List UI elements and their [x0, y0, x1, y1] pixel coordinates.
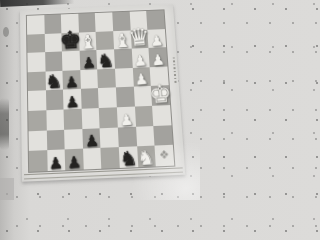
square-h2[interactable]: [153, 125, 172, 146]
square-a1[interactable]: [29, 150, 47, 171]
square-c3[interactable]: [64, 109, 82, 130]
piece-white-bishop-d7[interactable]: ♝: [78, 32, 97, 53]
square-b4[interactable]: [46, 90, 64, 110]
square-h6[interactable]: ♟: [149, 47, 168, 67]
square-b2[interactable]: [46, 129, 64, 150]
square-d4[interactable]: [81, 88, 99, 108]
piece-black-pawn-c1[interactable]: ♟: [67, 154, 82, 171]
piece-white-pawn-g6[interactable]: ♟: [133, 53, 148, 69]
square-f4[interactable]: [116, 87, 135, 107]
square-h1[interactable]: ❖: [155, 145, 174, 166]
piece-white-pawn-h6[interactable]: ♟: [151, 53, 166, 69]
board-edge-print: [173, 57, 177, 83]
piece-black-pawn-d2[interactable]: ♟: [84, 133, 99, 150]
square-c7[interactable]: ♚: [62, 32, 80, 51]
piece-black-knight-e6[interactable]: ♞: [97, 51, 115, 71]
photo-canvas: { "game": "chess", "scene": { "descripti…: [0, 0, 200, 200]
square-h7[interactable]: ♟: [147, 29, 165, 48]
square-e6[interactable]: ♞: [97, 49, 115, 69]
square-b5[interactable]: ♞: [45, 71, 63, 91]
square-d3[interactable]: [81, 108, 100, 129]
square-f1[interactable]: ♞: [119, 146, 138, 167]
square-b1[interactable]: ♟: [47, 150, 66, 171]
square-g2[interactable]: [136, 126, 155, 147]
piece-black-pawn-b1[interactable]: ♟: [49, 155, 64, 172]
square-a4[interactable]: [28, 91, 46, 111]
square-g1[interactable]: ♞: [137, 146, 156, 167]
piece-white-queen-g7[interactable]: ♛: [127, 25, 151, 51]
piece-white-pawn-h7[interactable]: ♟: [150, 34, 165, 49]
piece-black-knight-f1[interactable]: ♞: [119, 148, 138, 169]
photo-smudge-left: [0, 98, 9, 150]
square-g7[interactable]: ♛: [130, 29, 148, 48]
square-h8[interactable]: [146, 10, 164, 29]
square-f5[interactable]: [115, 68, 133, 88]
photo-smudge-upper-left: [3, 27, 9, 37]
square-a8[interactable]: [27, 15, 44, 34]
piece-black-pawn-c5[interactable]: ♟: [65, 75, 79, 91]
square-a3[interactable]: [28, 110, 46, 131]
square-e3[interactable]: [99, 107, 118, 128]
maker-emblem: ❖: [155, 145, 174, 166]
square-a5[interactable]: [28, 71, 46, 91]
piece-white-knight-g1[interactable]: ♞: [137, 147, 156, 168]
square-e1[interactable]: [101, 147, 120, 168]
piece-black-pawn-d6[interactable]: ♟: [81, 55, 95, 71]
square-c2[interactable]: [64, 129, 83, 150]
square-h4[interactable]: ♚: [151, 86, 170, 106]
square-d1[interactable]: [83, 148, 102, 169]
square-e7[interactable]: [96, 31, 114, 50]
square-f3[interactable]: ♟: [117, 107, 136, 128]
square-e4[interactable]: [98, 88, 117, 108]
square-b3[interactable]: [46, 109, 64, 130]
square-a2[interactable]: [29, 130, 47, 151]
square-a7[interactable]: [27, 34, 45, 53]
chess-board: ♚♝♝♛♟♟♞♟♟♞♟♟♟♚♟♟♟♟♞♞❖: [26, 9, 175, 172]
square-c1[interactable]: ♟: [65, 149, 84, 170]
piece-white-king-h4[interactable]: ♚: [148, 81, 173, 108]
square-d2[interactable]: ♟: [82, 128, 101, 149]
square-e8[interactable]: [95, 12, 113, 31]
square-a6[interactable]: [27, 52, 45, 72]
piece-white-pawn-f3[interactable]: ♟: [119, 112, 134, 128]
piece-black-pawn-c4[interactable]: ♟: [65, 95, 80, 111]
piece-black-knight-b5[interactable]: ♞: [45, 72, 63, 92]
square-c4[interactable]: ♟: [63, 89, 81, 109]
square-e2[interactable]: [100, 127, 119, 148]
photo-mat-shade: [0, 178, 14, 200]
square-d7[interactable]: ♝: [79, 31, 97, 50]
chess-board-sheet: ♚♝♝♛♟♟♞♟♟♞♟♟♟♚♟♟♟♟♞♞❖: [20, 4, 185, 181]
photo-dark-edge-top: [0, 0, 78, 7]
square-c5[interactable]: ♟: [63, 70, 81, 90]
